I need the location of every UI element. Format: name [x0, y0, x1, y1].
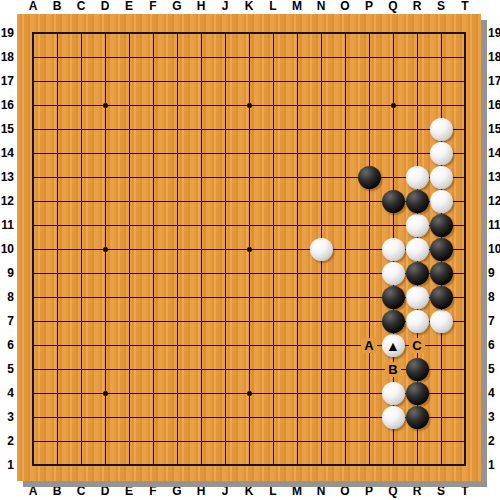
col-label-K: K [237, 484, 261, 500]
col-label-G: G [165, 484, 189, 500]
row-labels-right: 19181716151413121110987654321 [488, 21, 500, 477]
col-label-J: J [213, 0, 237, 14]
row-label-8: 8 [488, 285, 500, 309]
row-label-10: 10 [488, 237, 500, 261]
col-label-S: S [429, 484, 453, 500]
col-label-L: L [261, 0, 285, 14]
row-label-3: 3 [0, 405, 14, 429]
row-labels-left: 19181716151413121110987654321 [0, 21, 14, 477]
row-label-18: 18 [0, 45, 14, 69]
col-label-H: H [189, 0, 213, 14]
col-label-Q: Q [381, 0, 405, 14]
row-label-1: 1 [0, 453, 14, 477]
col-label-P: P [357, 0, 381, 14]
col-label-A: A [21, 484, 45, 500]
white-stone-R13[interactable] [406, 166, 429, 189]
col-label-R: R [405, 0, 429, 14]
black-stone-S10[interactable] [430, 238, 453, 261]
col-label-R: R [405, 484, 429, 500]
white-stone-N10[interactable] [310, 238, 333, 261]
row-label-16: 16 [488, 93, 500, 117]
row-label-14: 14 [488, 141, 500, 165]
row-label-7: 7 [0, 309, 14, 333]
white-stone-Q10[interactable] [382, 238, 405, 261]
row-label-6: 6 [0, 333, 14, 357]
col-label-P: P [357, 484, 381, 500]
row-label-19: 19 [0, 21, 14, 45]
row-label-12: 12 [0, 189, 14, 213]
col-label-S: S [429, 0, 453, 14]
column-labels-top: ABCDEFGHJKLMNOPQRST [21, 0, 477, 14]
row-label-5: 5 [0, 357, 14, 381]
row-label-2: 2 [0, 429, 14, 453]
col-label-O: O [333, 0, 357, 14]
black-stone-R5[interactable] [406, 358, 429, 381]
white-stone-R8[interactable] [406, 286, 429, 309]
row-label-10: 10 [0, 237, 14, 261]
black-stone-Q7[interactable] [382, 310, 405, 333]
row-label-4: 4 [0, 381, 14, 405]
col-label-E: E [117, 484, 141, 500]
black-stone-S11[interactable] [430, 214, 453, 237]
col-label-E: E [117, 0, 141, 14]
col-label-M: M [285, 484, 309, 500]
white-stone-S12[interactable] [430, 190, 453, 213]
white-stone-R10[interactable] [406, 238, 429, 261]
white-stone-Q9[interactable] [382, 262, 405, 285]
go-board[interactable]: ▲ABC [17, 14, 481, 481]
triangle-marker: ▲ [382, 334, 405, 357]
col-label-J: J [213, 484, 237, 500]
white-stone-S7[interactable] [430, 310, 453, 333]
column-labels-bottom: ABCDEFGHJKLMNOPQRST [21, 484, 477, 500]
black-stone-Q8[interactable] [382, 286, 405, 309]
stones-grid[interactable]: ▲ABC [21, 21, 477, 477]
row-label-6: 6 [488, 333, 500, 357]
row-label-12: 12 [488, 189, 500, 213]
go-diagram: ABCDEFGHJKLMNOPQRST ABCDEFGHJKLMNOPQRST … [0, 0, 500, 500]
white-stone-Q4[interactable] [382, 382, 405, 405]
row-label-5: 5 [488, 357, 500, 381]
col-label-T: T [453, 484, 477, 500]
col-label-O: O [333, 484, 357, 500]
col-label-T: T [453, 0, 477, 14]
row-label-16: 16 [0, 93, 14, 117]
black-stone-R9[interactable] [406, 262, 429, 285]
row-label-2: 2 [488, 429, 500, 453]
white-stone-S15[interactable] [430, 118, 453, 141]
col-label-K: K [237, 0, 261, 14]
row-label-13: 13 [488, 165, 500, 189]
white-stone-S14[interactable] [430, 142, 453, 165]
row-label-4: 4 [488, 381, 500, 405]
col-label-Q: Q [381, 484, 405, 500]
black-stone-R3[interactable] [406, 406, 429, 429]
col-label-M: M [285, 0, 309, 14]
row-label-1: 1 [488, 453, 500, 477]
black-stone-S9[interactable] [430, 262, 453, 285]
point-label-A: A [361, 338, 376, 353]
col-label-N: N [309, 484, 333, 500]
row-label-17: 17 [0, 69, 14, 93]
white-stone-Q3[interactable] [382, 406, 405, 429]
col-label-N: N [309, 0, 333, 14]
white-stone-Q6[interactable]: ▲ [382, 334, 405, 357]
row-label-11: 11 [0, 213, 14, 237]
white-stone-R11[interactable] [406, 214, 429, 237]
black-stone-S8[interactable] [430, 286, 453, 309]
col-label-D: D [93, 484, 117, 500]
point-label-C: C [409, 338, 424, 353]
row-label-14: 14 [0, 141, 14, 165]
row-label-11: 11 [488, 213, 500, 237]
col-label-F: F [141, 0, 165, 14]
col-label-F: F [141, 484, 165, 500]
row-label-15: 15 [488, 117, 500, 141]
point-label-B: B [385, 362, 400, 377]
col-label-A: A [21, 0, 45, 14]
row-label-18: 18 [488, 45, 500, 69]
col-label-B: B [45, 0, 69, 14]
white-stone-R7[interactable] [406, 310, 429, 333]
col-label-D: D [93, 0, 117, 14]
black-stone-R12[interactable] [406, 190, 429, 213]
col-label-B: B [45, 484, 69, 500]
row-label-8: 8 [0, 285, 14, 309]
col-label-G: G [165, 0, 189, 14]
black-stone-Q12[interactable] [382, 190, 405, 213]
row-label-17: 17 [488, 69, 500, 93]
row-label-15: 15 [0, 117, 14, 141]
row-label-9: 9 [0, 261, 14, 285]
black-stone-R4[interactable] [406, 382, 429, 405]
row-label-3: 3 [488, 405, 500, 429]
col-label-C: C [69, 0, 93, 14]
row-label-7: 7 [488, 309, 500, 333]
col-label-H: H [189, 484, 213, 500]
black-stone-P13[interactable] [358, 166, 381, 189]
row-label-9: 9 [488, 261, 500, 285]
col-label-L: L [261, 484, 285, 500]
row-label-13: 13 [0, 165, 14, 189]
col-label-C: C [69, 484, 93, 500]
white-stone-S13[interactable] [430, 166, 453, 189]
row-label-19: 19 [488, 21, 500, 45]
